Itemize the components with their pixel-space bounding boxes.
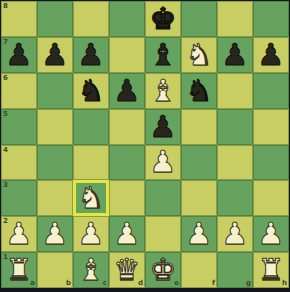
square-e4[interactable]: ♟ [145,145,181,181]
square-e1[interactable]: e♚ [145,252,181,288]
black-pawn-piece[interactable]: ♟ [253,37,289,73]
white-knight-piece[interactable]: ♞ [181,37,217,73]
square-g1[interactable]: g [217,252,253,288]
square-g4[interactable] [217,145,253,181]
square-a2[interactable]: 2♟ [1,216,37,252]
square-f7[interactable]: ♞ [181,37,217,73]
black-pawn-piece[interactable]: ♟ [1,37,37,73]
black-king-piece[interactable]: ♚ [145,1,181,37]
chess-app-window: 8♚7♟♟♟♝♞♟♟6♞♟♝♞5♟4♟3♞2♟♟♟♟♟♟♟1a♜bc♝d♛e♚f… [0,0,290,292]
white-rook-piece[interactable]: ♜ [253,252,289,288]
rank-label-6: 6 [3,74,8,82]
black-pawn-piece[interactable]: ♟ [109,73,145,109]
square-b2[interactable]: ♟ [37,216,73,252]
square-a7[interactable]: 7♟ [1,37,37,73]
square-d8[interactable] [109,1,145,37]
white-pawn-piece[interactable]: ♟ [1,216,37,252]
square-c4[interactable] [73,145,109,181]
white-bishop-piece[interactable]: ♝ [145,73,181,109]
white-pawn-piece[interactable]: ♟ [145,145,181,181]
square-g5[interactable] [217,109,253,145]
square-f3[interactable] [181,180,217,216]
square-h7[interactable]: ♟ [253,37,289,73]
white-pawn-piece[interactable]: ♟ [73,216,109,252]
square-a1[interactable]: 1a♜ [1,252,37,288]
white-bishop-piece[interactable]: ♝ [73,252,109,288]
black-knight-piece[interactable]: ♞ [73,73,109,109]
square-a4[interactable]: 4 [1,145,37,181]
black-bishop-piece[interactable]: ♝ [145,37,181,73]
chess-board: 8♚7♟♟♟♝♞♟♟6♞♟♝♞5♟4♟3♞2♟♟♟♟♟♟♟1a♜bc♝d♛e♚f… [1,1,289,288]
file-label-g: g [246,279,251,287]
square-c1[interactable]: c♝ [73,252,109,288]
square-e7[interactable]: ♝ [145,37,181,73]
square-b7[interactable]: ♟ [37,37,73,73]
square-c8[interactable] [73,1,109,37]
square-c6[interactable]: ♞ [73,73,109,109]
rank-label-8: 8 [3,2,8,10]
square-h8[interactable] [253,1,289,37]
rank-label-5: 5 [3,110,8,118]
square-e3[interactable] [145,180,181,216]
square-b8[interactable] [37,1,73,37]
square-b5[interactable] [37,109,73,145]
black-pawn-piece[interactable]: ♟ [37,37,73,73]
rank-label-3: 3 [3,181,8,189]
white-rook-piece[interactable]: ♜ [1,252,37,288]
square-d3[interactable] [109,180,145,216]
square-h5[interactable] [253,109,289,145]
square-c2[interactable]: ♟ [73,216,109,252]
square-d6[interactable]: ♟ [109,73,145,109]
square-g6[interactable] [217,73,253,109]
square-d5[interactable] [109,109,145,145]
file-label-f: f [212,279,215,287]
rank-label-4: 4 [3,146,8,154]
file-label-b: b [66,279,71,287]
square-b4[interactable] [37,145,73,181]
black-knight-piece[interactable]: ♞ [181,73,217,109]
square-g3[interactable] [217,180,253,216]
square-a8[interactable]: 8 [1,1,37,37]
white-queen-piece[interactable]: ♛ [109,252,145,288]
square-e2[interactable] [145,216,181,252]
square-a5[interactable]: 5 [1,109,37,145]
square-g2[interactable]: ♟ [217,216,253,252]
square-f2[interactable]: ♟ [181,216,217,252]
board-bottom-frame [0,288,290,292]
square-f6[interactable]: ♞ [181,73,217,109]
square-a6[interactable]: 6 [1,73,37,109]
square-a3[interactable]: 3 [1,180,37,216]
square-c3[interactable]: ♞ [73,180,109,216]
white-knight-piece[interactable]: ♞ [73,180,109,216]
square-c7[interactable]: ♟ [73,37,109,73]
square-e6[interactable]: ♝ [145,73,181,109]
square-d1[interactable]: d♛ [109,252,145,288]
square-g8[interactable] [217,1,253,37]
square-e8[interactable]: ♚ [145,1,181,37]
square-h2[interactable]: ♟ [253,216,289,252]
square-b3[interactable] [37,180,73,216]
square-h1[interactable]: h♜ [253,252,289,288]
square-f5[interactable] [181,109,217,145]
square-d2[interactable]: ♟ [109,216,145,252]
white-pawn-piece[interactable]: ♟ [37,216,73,252]
square-h3[interactable] [253,180,289,216]
square-f1[interactable]: f [181,252,217,288]
square-e5[interactable]: ♟ [145,109,181,145]
square-c5[interactable] [73,109,109,145]
square-h4[interactable] [253,145,289,181]
square-h6[interactable] [253,73,289,109]
square-d4[interactable] [109,145,145,181]
white-pawn-piece[interactable]: ♟ [217,216,253,252]
white-pawn-piece[interactable]: ♟ [181,216,217,252]
black-pawn-piece[interactable]: ♟ [217,37,253,73]
square-g7[interactable]: ♟ [217,37,253,73]
white-king-piece[interactable]: ♚ [145,252,181,288]
square-b6[interactable] [37,73,73,109]
square-b1[interactable]: b [37,252,73,288]
white-pawn-piece[interactable]: ♟ [253,216,289,252]
black-pawn-piece[interactable]: ♟ [73,37,109,73]
black-pawn-piece[interactable]: ♟ [145,109,181,145]
square-f8[interactable] [181,1,217,37]
square-f4[interactable] [181,145,217,181]
square-d7[interactable] [109,37,145,73]
white-pawn-piece[interactable]: ♟ [109,216,145,252]
